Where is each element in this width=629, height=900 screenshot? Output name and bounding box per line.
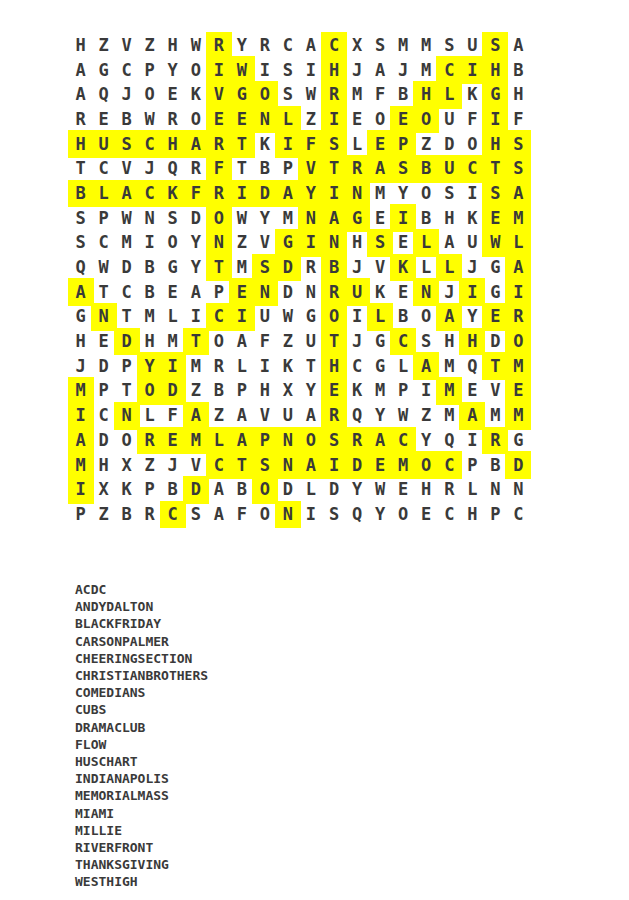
- grid-cell[interactable]: L: [415, 255, 438, 280]
- grid-cell[interactable]: A: [369, 58, 392, 83]
- grid-cell[interactable]: R: [346, 156, 369, 181]
- grid-cell[interactable]: H: [346, 231, 369, 256]
- grid-cell[interactable]: S: [484, 181, 507, 206]
- grid-cell[interactable]: P: [253, 428, 276, 453]
- grid-cell[interactable]: M: [415, 33, 438, 58]
- grid-cell[interactable]: V: [253, 231, 276, 256]
- grid-cell[interactable]: V: [369, 255, 392, 280]
- grid-cell[interactable]: O: [461, 132, 484, 157]
- grid-cell[interactable]: B: [207, 379, 230, 404]
- grid-cell[interactable]: V: [207, 82, 230, 107]
- grid-cell[interactable]: T: [92, 280, 115, 305]
- grid-cell[interactable]: E: [415, 502, 438, 527]
- grid-cell[interactable]: I: [323, 181, 346, 206]
- grid-cell[interactable]: D: [184, 206, 207, 231]
- grid-cell[interactable]: B: [115, 107, 138, 132]
- grid-cell[interactable]: R: [207, 33, 230, 58]
- grid-cell[interactable]: N: [138, 206, 161, 231]
- grid-cell[interactable]: V: [484, 379, 507, 404]
- grid-cell[interactable]: W: [299, 82, 322, 107]
- grid-cell[interactable]: H: [484, 58, 507, 83]
- grid-cell[interactable]: M: [438, 403, 461, 428]
- grid-cell[interactable]: B: [138, 280, 161, 305]
- grid-cell[interactable]: G: [484, 255, 507, 280]
- grid-cell[interactable]: T: [484, 354, 507, 379]
- grid-cell[interactable]: M: [276, 206, 299, 231]
- grid-cell[interactable]: F: [369, 82, 392, 107]
- grid-cell[interactable]: L: [207, 428, 230, 453]
- grid-cell[interactable]: Q: [461, 354, 484, 379]
- grid-cell[interactable]: M: [392, 453, 415, 478]
- grid-cell[interactable]: Y: [184, 255, 207, 280]
- grid-cell[interactable]: S: [369, 231, 392, 256]
- grid-cell[interactable]: Z: [415, 132, 438, 157]
- grid-cell[interactable]: W: [369, 477, 392, 502]
- grid-cell[interactable]: D: [161, 379, 184, 404]
- grid-cell[interactable]: M: [230, 255, 253, 280]
- grid-cell[interactable]: Y: [415, 428, 438, 453]
- grid-cell[interactable]: N: [253, 280, 276, 305]
- grid-cell[interactable]: J: [115, 82, 138, 107]
- grid-cell[interactable]: P: [484, 502, 507, 527]
- grid-cell[interactable]: A: [299, 33, 322, 58]
- grid-cell[interactable]: I: [299, 231, 322, 256]
- grid-cell[interactable]: M: [415, 58, 438, 83]
- grid-cell[interactable]: I: [323, 107, 346, 132]
- grid-cell[interactable]: F: [207, 156, 230, 181]
- grid-cell[interactable]: M: [369, 379, 392, 404]
- grid-cell[interactable]: B: [323, 255, 346, 280]
- grid-cell[interactable]: U: [461, 33, 484, 58]
- grid-cell[interactable]: E: [484, 305, 507, 330]
- grid-cell[interactable]: A: [438, 231, 461, 256]
- grid-cell[interactable]: G: [484, 82, 507, 107]
- grid-cell[interactable]: L: [276, 107, 299, 132]
- grid-cell[interactable]: L: [230, 354, 253, 379]
- grid-cell[interactable]: O: [138, 82, 161, 107]
- grid-cell[interactable]: C: [438, 453, 461, 478]
- grid-cell[interactable]: U: [299, 329, 322, 354]
- grid-cell[interactable]: M: [392, 33, 415, 58]
- grid-cell[interactable]: S: [69, 231, 92, 256]
- grid-cell[interactable]: E: [392, 477, 415, 502]
- grid-cell[interactable]: D: [92, 354, 115, 379]
- grid-cell[interactable]: Y: [369, 403, 392, 428]
- grid-cell[interactable]: I: [484, 107, 507, 132]
- grid-cell[interactable]: A: [69, 58, 92, 83]
- grid-cell[interactable]: T: [323, 329, 346, 354]
- grid-cell[interactable]: T: [230, 132, 253, 157]
- grid-cell[interactable]: S: [392, 156, 415, 181]
- grid-cell[interactable]: C: [461, 156, 484, 181]
- grid-cell[interactable]: O: [369, 107, 392, 132]
- grid-cell[interactable]: O: [299, 428, 322, 453]
- grid-cell[interactable]: M: [507, 206, 530, 231]
- grid-cell[interactable]: E: [461, 379, 484, 404]
- grid-cell[interactable]: E: [346, 107, 369, 132]
- grid-cell[interactable]: M: [161, 329, 184, 354]
- grid-cell[interactable]: K: [461, 206, 484, 231]
- grid-cell[interactable]: A: [507, 181, 530, 206]
- grid-cell[interactable]: Z: [415, 403, 438, 428]
- grid-cell[interactable]: Z: [230, 231, 253, 256]
- grid-cell[interactable]: O: [184, 107, 207, 132]
- grid-cell[interactable]: A: [69, 428, 92, 453]
- grid-cell[interactable]: Q: [92, 82, 115, 107]
- grid-cell[interactable]: M: [115, 231, 138, 256]
- grid-cell[interactable]: O: [253, 477, 276, 502]
- grid-cell[interactable]: G: [161, 255, 184, 280]
- grid-cell[interactable]: B: [230, 477, 253, 502]
- grid-cell[interactable]: H: [461, 329, 484, 354]
- grid-cell[interactable]: C: [92, 231, 115, 256]
- grid-cell[interactable]: T: [69, 156, 92, 181]
- grid-cell[interactable]: G: [369, 354, 392, 379]
- grid-cell[interactable]: K: [115, 477, 138, 502]
- grid-cell[interactable]: E: [392, 107, 415, 132]
- grid-cell[interactable]: R: [299, 255, 322, 280]
- grid-cell[interactable]: R: [138, 502, 161, 527]
- grid-cell[interactable]: Y: [369, 502, 392, 527]
- grid-cell[interactable]: E: [230, 280, 253, 305]
- grid-cell[interactable]: W: [230, 58, 253, 83]
- grid-cell[interactable]: V: [184, 453, 207, 478]
- grid-cell[interactable]: U: [92, 132, 115, 157]
- grid-cell[interactable]: O: [253, 502, 276, 527]
- grid-cell[interactable]: E: [484, 206, 507, 231]
- grid-cell[interactable]: Z: [276, 329, 299, 354]
- grid-cell[interactable]: F: [184, 181, 207, 206]
- grid-cell[interactable]: T: [230, 453, 253, 478]
- grid-cell[interactable]: I: [461, 280, 484, 305]
- grid-cell[interactable]: B: [484, 453, 507, 478]
- grid-cell[interactable]: F: [461, 107, 484, 132]
- grid-cell[interactable]: A: [69, 82, 92, 107]
- grid-cell[interactable]: R: [161, 107, 184, 132]
- grid-cell[interactable]: E: [323, 379, 346, 404]
- grid-cell[interactable]: I: [299, 502, 322, 527]
- grid-cell[interactable]: E: [392, 231, 415, 256]
- grid-cell[interactable]: Z: [92, 33, 115, 58]
- grid-cell[interactable]: E: [92, 107, 115, 132]
- grid-cell[interactable]: D: [438, 132, 461, 157]
- grid-cell[interactable]: R: [138, 428, 161, 453]
- grid-cell[interactable]: H: [69, 132, 92, 157]
- grid-cell[interactable]: H: [138, 329, 161, 354]
- grid-cell[interactable]: G: [369, 329, 392, 354]
- grid-cell[interactable]: B: [115, 502, 138, 527]
- grid-cell[interactable]: P: [230, 379, 253, 404]
- grid-cell[interactable]: L: [161, 305, 184, 330]
- grid-cell[interactable]: H: [438, 206, 461, 231]
- grid-cell[interactable]: G: [69, 305, 92, 330]
- grid-cell[interactable]: I: [299, 58, 322, 83]
- grid-cell[interactable]: S: [184, 502, 207, 527]
- grid-cell[interactable]: Z: [138, 33, 161, 58]
- grid-cell[interactable]: C: [92, 403, 115, 428]
- grid-cell[interactable]: I: [507, 280, 530, 305]
- grid-cell[interactable]: E: [369, 453, 392, 478]
- grid-cell[interactable]: C: [392, 428, 415, 453]
- grid-cell[interactable]: M: [369, 181, 392, 206]
- grid-cell[interactable]: J: [346, 255, 369, 280]
- grid-cell[interactable]: Q: [346, 502, 369, 527]
- grid-cell[interactable]: A: [507, 255, 530, 280]
- grid-cell[interactable]: J: [438, 280, 461, 305]
- grid-cell[interactable]: Q: [346, 403, 369, 428]
- grid-cell[interactable]: M: [507, 403, 530, 428]
- grid-cell[interactable]: H: [69, 33, 92, 58]
- grid-cell[interactable]: J: [392, 58, 415, 83]
- grid-cell[interactable]: J: [69, 354, 92, 379]
- grid-cell[interactable]: D: [346, 453, 369, 478]
- grid-cell[interactable]: Y: [299, 379, 322, 404]
- grid-cell[interactable]: S: [484, 33, 507, 58]
- grid-cell[interactable]: M: [507, 354, 530, 379]
- grid-cell[interactable]: W: [484, 231, 507, 256]
- grid-cell[interactable]: N: [415, 280, 438, 305]
- grid-cell[interactable]: E: [92, 329, 115, 354]
- grid-cell[interactable]: R: [253, 33, 276, 58]
- grid-cell[interactable]: M: [184, 354, 207, 379]
- grid-cell[interactable]: O: [323, 305, 346, 330]
- grid-cell[interactable]: R: [507, 305, 530, 330]
- grid-cell[interactable]: T: [484, 156, 507, 181]
- grid-cell[interactable]: A: [461, 403, 484, 428]
- grid-cell[interactable]: I: [138, 231, 161, 256]
- grid-cell[interactable]: O: [253, 82, 276, 107]
- grid-cell[interactable]: J: [461, 255, 484, 280]
- grid-cell[interactable]: I: [253, 58, 276, 83]
- grid-cell[interactable]: A: [184, 403, 207, 428]
- grid-cell[interactable]: M: [438, 379, 461, 404]
- grid-cell[interactable]: S: [438, 181, 461, 206]
- grid-cell[interactable]: C: [392, 329, 415, 354]
- grid-cell[interactable]: H: [323, 354, 346, 379]
- grid-cell[interactable]: N: [253, 107, 276, 132]
- grid-cell[interactable]: G: [484, 280, 507, 305]
- grid-cell[interactable]: H: [253, 379, 276, 404]
- grid-cell[interactable]: R: [323, 82, 346, 107]
- grid-cell[interactable]: M: [484, 403, 507, 428]
- grid-cell[interactable]: S: [161, 206, 184, 231]
- grid-cell[interactable]: C: [438, 58, 461, 83]
- grid-cell[interactable]: D: [115, 255, 138, 280]
- grid-cell[interactable]: R: [207, 132, 230, 157]
- grid-cell[interactable]: I: [461, 428, 484, 453]
- grid-cell[interactable]: S: [69, 206, 92, 231]
- grid-cell[interactable]: A: [207, 477, 230, 502]
- grid-cell[interactable]: T: [184, 329, 207, 354]
- grid-cell[interactable]: L: [392, 354, 415, 379]
- grid-cell[interactable]: N: [484, 477, 507, 502]
- grid-cell[interactable]: V: [253, 403, 276, 428]
- grid-cell[interactable]: D: [276, 280, 299, 305]
- grid-cell[interactable]: W: [392, 403, 415, 428]
- grid-cell[interactable]: E: [230, 107, 253, 132]
- grid-cell[interactable]: G: [92, 58, 115, 83]
- grid-cell[interactable]: A: [184, 132, 207, 157]
- grid-cell[interactable]: G: [276, 231, 299, 256]
- grid-cell[interactable]: P: [138, 477, 161, 502]
- grid-cell[interactable]: P: [92, 206, 115, 231]
- grid-cell[interactable]: A: [369, 156, 392, 181]
- grid-cell[interactable]: B: [415, 206, 438, 231]
- grid-cell[interactable]: S: [438, 33, 461, 58]
- grid-cell[interactable]: A: [299, 453, 322, 478]
- grid-cell[interactable]: S: [253, 255, 276, 280]
- grid-cell[interactable]: U: [438, 156, 461, 181]
- grid-cell[interactable]: A: [369, 428, 392, 453]
- grid-cell[interactable]: T: [299, 354, 322, 379]
- grid-cell[interactable]: S: [369, 33, 392, 58]
- grid-cell[interactable]: F: [253, 329, 276, 354]
- grid-cell[interactable]: M: [184, 428, 207, 453]
- grid-cell[interactable]: V: [299, 156, 322, 181]
- grid-cell[interactable]: B: [253, 156, 276, 181]
- grid-cell[interactable]: I: [230, 305, 253, 330]
- grid-cell[interactable]: M: [138, 305, 161, 330]
- grid-cell[interactable]: L: [438, 82, 461, 107]
- grid-cell[interactable]: P: [392, 379, 415, 404]
- grid-cell[interactable]: Y: [392, 181, 415, 206]
- grid-cell[interactable]: W: [184, 33, 207, 58]
- grid-cell[interactable]: R: [484, 428, 507, 453]
- grid-cell[interactable]: H: [484, 132, 507, 157]
- grid-cell[interactable]: H: [69, 329, 92, 354]
- grid-cell[interactable]: O: [415, 181, 438, 206]
- grid-cell[interactable]: G: [230, 82, 253, 107]
- grid-cell[interactable]: S: [507, 156, 530, 181]
- grid-cell[interactable]: U: [253, 305, 276, 330]
- grid-cell[interactable]: B: [69, 181, 92, 206]
- grid-cell[interactable]: U: [346, 280, 369, 305]
- grid-cell[interactable]: A: [507, 33, 530, 58]
- grid-cell[interactable]: A: [207, 502, 230, 527]
- grid-cell[interactable]: C: [138, 132, 161, 157]
- grid-cell[interactable]: C: [138, 181, 161, 206]
- grid-cell[interactable]: Z: [92, 502, 115, 527]
- grid-cell[interactable]: C: [115, 58, 138, 83]
- grid-cell[interactable]: S: [323, 132, 346, 157]
- grid-cell[interactable]: X: [346, 33, 369, 58]
- grid-cell[interactable]: E: [161, 280, 184, 305]
- grid-cell[interactable]: H: [438, 329, 461, 354]
- grid-cell[interactable]: M: [69, 379, 92, 404]
- grid-cell[interactable]: B: [161, 477, 184, 502]
- grid-cell[interactable]: B: [507, 58, 530, 83]
- grid-cell[interactable]: E: [207, 107, 230, 132]
- grid-cell[interactable]: P: [92, 379, 115, 404]
- grid-cell[interactable]: Z: [299, 107, 322, 132]
- grid-cell[interactable]: H: [461, 502, 484, 527]
- grid-cell[interactable]: E: [392, 280, 415, 305]
- grid-cell[interactable]: K: [276, 354, 299, 379]
- grid-cell[interactable]: F: [161, 403, 184, 428]
- grid-cell[interactable]: A: [230, 428, 253, 453]
- grid-cell[interactable]: K: [253, 132, 276, 157]
- grid-cell[interactable]: L: [415, 231, 438, 256]
- grid-cell[interactable]: P: [461, 453, 484, 478]
- grid-cell[interactable]: C: [276, 33, 299, 58]
- grid-cell[interactable]: U: [438, 107, 461, 132]
- grid-cell[interactable]: L: [438, 255, 461, 280]
- grid-cell[interactable]: D: [115, 329, 138, 354]
- grid-cell[interactable]: R: [207, 354, 230, 379]
- grid-cell[interactable]: Y: [461, 305, 484, 330]
- grid-cell[interactable]: O: [507, 329, 530, 354]
- grid-cell[interactable]: O: [392, 502, 415, 527]
- grid-cell[interactable]: C: [346, 354, 369, 379]
- grid-cell[interactable]: E: [369, 132, 392, 157]
- grid-cell[interactable]: O: [415, 453, 438, 478]
- grid-cell[interactable]: R: [207, 181, 230, 206]
- grid-cell[interactable]: C: [438, 502, 461, 527]
- grid-cell[interactable]: R: [323, 403, 346, 428]
- grid-cell[interactable]: G: [346, 206, 369, 231]
- grid-cell[interactable]: V: [115, 33, 138, 58]
- grid-cell[interactable]: N: [276, 428, 299, 453]
- grid-cell[interactable]: C: [207, 305, 230, 330]
- grid-cell[interactable]: N: [276, 453, 299, 478]
- grid-cell[interactable]: S: [253, 453, 276, 478]
- grid-cell[interactable]: T: [207, 255, 230, 280]
- grid-cell[interactable]: D: [323, 477, 346, 502]
- grid-cell[interactable]: N: [276, 502, 299, 527]
- grid-cell[interactable]: N: [323, 231, 346, 256]
- grid-cell[interactable]: O: [161, 231, 184, 256]
- grid-cell[interactable]: D: [484, 329, 507, 354]
- grid-cell[interactable]: D: [507, 453, 530, 478]
- grid-cell[interactable]: E: [369, 206, 392, 231]
- grid-cell[interactable]: Y: [161, 58, 184, 83]
- grid-cell[interactable]: Y: [138, 354, 161, 379]
- grid-cell[interactable]: O: [415, 107, 438, 132]
- grid-cell[interactable]: A: [230, 403, 253, 428]
- grid-cell[interactable]: I: [184, 305, 207, 330]
- grid-cell[interactable]: E: [161, 428, 184, 453]
- grid-cell[interactable]: N: [299, 206, 322, 231]
- grid-cell[interactable]: F: [299, 132, 322, 157]
- grid-cell[interactable]: I: [230, 181, 253, 206]
- grid-cell[interactable]: T: [230, 156, 253, 181]
- grid-cell[interactable]: M: [438, 354, 461, 379]
- grid-cell[interactable]: Q: [438, 428, 461, 453]
- grid-cell[interactable]: D: [184, 477, 207, 502]
- grid-cell[interactable]: I: [253, 354, 276, 379]
- grid-cell[interactable]: S: [276, 58, 299, 83]
- grid-cell[interactable]: T: [323, 156, 346, 181]
- grid-cell[interactable]: A: [415, 354, 438, 379]
- grid-cell[interactable]: Q: [161, 156, 184, 181]
- grid-cell[interactable]: E: [507, 379, 530, 404]
- grid-cell[interactable]: T: [115, 379, 138, 404]
- grid-cell[interactable]: N: [299, 280, 322, 305]
- grid-cell[interactable]: K: [461, 82, 484, 107]
- grid-cell[interactable]: M: [69, 453, 92, 478]
- grid-cell[interactable]: A: [323, 206, 346, 231]
- grid-cell[interactable]: H: [161, 132, 184, 157]
- grid-cell[interactable]: Z: [138, 453, 161, 478]
- grid-cell[interactable]: N: [92, 305, 115, 330]
- grid-cell[interactable]: N: [507, 477, 530, 502]
- grid-cell[interactable]: A: [184, 280, 207, 305]
- grid-cell[interactable]: P: [138, 58, 161, 83]
- grid-cell[interactable]: D: [276, 477, 299, 502]
- grid-cell[interactable]: I: [346, 305, 369, 330]
- grid-cell[interactable]: C: [323, 33, 346, 58]
- grid-cell[interactable]: L: [299, 477, 322, 502]
